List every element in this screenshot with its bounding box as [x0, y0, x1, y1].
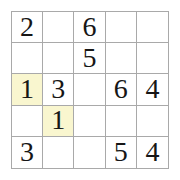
cell-r5c1-given-3[interactable]: 3	[12, 137, 43, 168]
cell-r3c2-given-3[interactable]: 3	[43, 74, 74, 105]
cell-r3c1-given-1[interactable]: 1	[12, 74, 43, 105]
puzzle-page: 26513641354	[0, 0, 180, 180]
cell-r2c1-empty[interactable]	[12, 43, 43, 74]
cell-r3c3-empty[interactable]	[74, 74, 105, 105]
cell-r3c5-given-4[interactable]: 4	[137, 74, 168, 105]
cell-r1c5-empty[interactable]	[137, 12, 168, 43]
cell-r3c4-given-6[interactable]: 6	[106, 74, 137, 105]
cell-r1c2-empty[interactable]	[43, 12, 74, 43]
cell-r1c4-empty[interactable]	[106, 12, 137, 43]
cell-r4c4-empty[interactable]	[106, 106, 137, 137]
cell-r2c5-empty[interactable]	[137, 43, 168, 74]
cell-r4c1-empty[interactable]	[12, 106, 43, 137]
cell-r1c3-given-6[interactable]: 6	[74, 12, 105, 43]
cell-r2c4-empty[interactable]	[106, 43, 137, 74]
cell-r5c5-given-4[interactable]: 4	[137, 137, 168, 168]
cell-r2c2-empty[interactable]	[43, 43, 74, 74]
cell-r5c3-empty[interactable]	[74, 137, 105, 168]
puzzle-board: 26513641354	[11, 11, 169, 169]
cell-r2c3-given-5[interactable]: 5	[74, 43, 105, 74]
cell-r4c2-given-1[interactable]: 1	[43, 106, 74, 137]
cell-r4c3-empty[interactable]	[74, 106, 105, 137]
cell-r5c2-empty[interactable]	[43, 137, 74, 168]
cell-r5c4-given-5[interactable]: 5	[106, 137, 137, 168]
cell-r1c1-given-2[interactable]: 2	[12, 12, 43, 43]
cell-r4c5-empty[interactable]	[137, 106, 168, 137]
